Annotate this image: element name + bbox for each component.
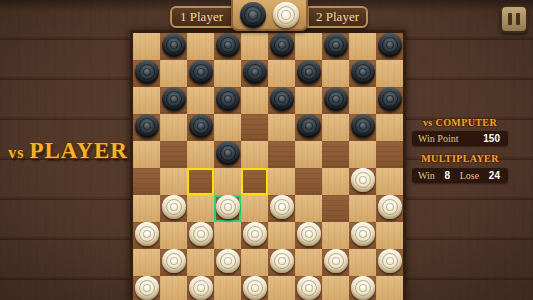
win-value: 8 bbox=[445, 170, 451, 181]
board-cell[interactable] bbox=[187, 168, 214, 195]
board-cell[interactable] bbox=[322, 87, 349, 114]
board-cell[interactable] bbox=[322, 249, 349, 276]
two-player-button[interactable]: 2 Player bbox=[307, 6, 368, 28]
lose-label: Lose bbox=[460, 170, 479, 181]
board-cell[interactable] bbox=[187, 276, 214, 300]
white-checker[interactable] bbox=[297, 222, 321, 246]
board-cell[interactable] bbox=[214, 141, 241, 168]
white-checker[interactable] bbox=[378, 195, 402, 219]
board-cell[interactable] bbox=[268, 141, 295, 168]
black-checker[interactable] bbox=[378, 33, 402, 57]
white-checker[interactable] bbox=[270, 195, 294, 219]
board-cell[interactable] bbox=[241, 33, 268, 60]
black-checker[interactable] bbox=[378, 87, 402, 111]
board-cell[interactable] bbox=[241, 114, 268, 141]
white-checker-icon bbox=[273, 2, 299, 28]
board-cell[interactable] bbox=[160, 168, 187, 195]
board-cell[interactable] bbox=[376, 141, 403, 168]
board-cell[interactable] bbox=[241, 276, 268, 300]
game-screen: 1 Player 2 Player vs PLAYER vs COMPUTER … bbox=[0, 0, 533, 300]
black-checker[interactable] bbox=[162, 33, 186, 57]
white-checker[interactable] bbox=[324, 249, 348, 273]
board-cell[interactable] bbox=[295, 276, 322, 300]
vs-player-prefix: vs bbox=[8, 144, 24, 161]
board-cell[interactable] bbox=[214, 222, 241, 249]
one-player-button[interactable]: 1 Player bbox=[170, 6, 233, 28]
board-cell[interactable] bbox=[295, 168, 322, 195]
black-checker[interactable] bbox=[135, 60, 159, 84]
board-cell[interactable] bbox=[349, 141, 376, 168]
board-cell[interactable] bbox=[349, 222, 376, 249]
multiplayer-title: MULTIPLAYER bbox=[412, 153, 508, 164]
board-cell[interactable] bbox=[349, 276, 376, 300]
win-lose-bar: Win 8 Lose 24 bbox=[412, 168, 508, 183]
board-cell[interactable] bbox=[241, 222, 268, 249]
white-checker[interactable] bbox=[135, 276, 159, 300]
board-cell[interactable] bbox=[268, 276, 295, 300]
board-cell[interactable] bbox=[376, 195, 403, 222]
board-cell[interactable] bbox=[133, 195, 160, 222]
pause-icon bbox=[516, 13, 520, 25]
white-checker[interactable] bbox=[243, 222, 267, 246]
black-checker[interactable] bbox=[270, 33, 294, 57]
black-checker[interactable] bbox=[270, 87, 294, 111]
board-cell[interactable] bbox=[268, 114, 295, 141]
board-cell[interactable] bbox=[133, 33, 160, 60]
board-cell[interactable] bbox=[241, 60, 268, 87]
board-cell[interactable] bbox=[241, 87, 268, 114]
black-checker[interactable] bbox=[135, 114, 159, 138]
board-cell[interactable] bbox=[268, 222, 295, 249]
board-cell[interactable] bbox=[295, 141, 322, 168]
board-cell[interactable] bbox=[268, 33, 295, 60]
board-cell[interactable] bbox=[322, 222, 349, 249]
white-checker[interactable] bbox=[351, 222, 375, 246]
win-point-bar: Win Point 150 bbox=[412, 131, 508, 146]
white-checker[interactable] bbox=[270, 249, 294, 273]
board-cell[interactable] bbox=[349, 87, 376, 114]
board-cell[interactable] bbox=[214, 249, 241, 276]
board-cell[interactable] bbox=[268, 168, 295, 195]
board-cell[interactable] bbox=[214, 168, 241, 195]
pause-icon bbox=[508, 13, 512, 25]
board-cell[interactable] bbox=[349, 168, 376, 195]
black-checker[interactable] bbox=[162, 87, 186, 111]
board-cell[interactable] bbox=[376, 87, 403, 114]
board bbox=[133, 33, 403, 300]
board-cell[interactable] bbox=[160, 276, 187, 300]
black-checker[interactable] bbox=[216, 87, 240, 111]
board-cell[interactable] bbox=[295, 114, 322, 141]
white-checker[interactable] bbox=[243, 276, 267, 300]
board-cell[interactable] bbox=[160, 195, 187, 222]
board-cell[interactable] bbox=[187, 249, 214, 276]
board-cell[interactable] bbox=[349, 33, 376, 60]
board-cell[interactable] bbox=[187, 141, 214, 168]
board-cell[interactable] bbox=[268, 60, 295, 87]
black-checker[interactable] bbox=[297, 114, 321, 138]
board-cell[interactable] bbox=[295, 87, 322, 114]
board-cell[interactable] bbox=[187, 87, 214, 114]
black-checker-icon bbox=[240, 2, 266, 28]
board-cell[interactable] bbox=[322, 60, 349, 87]
white-checker[interactable] bbox=[189, 276, 213, 300]
board-cell[interactable] bbox=[214, 33, 241, 60]
board-cell[interactable] bbox=[214, 60, 241, 87]
black-checker[interactable] bbox=[216, 141, 240, 165]
board-cell[interactable] bbox=[349, 114, 376, 141]
board-cell[interactable] bbox=[376, 276, 403, 300]
board-cell[interactable] bbox=[133, 276, 160, 300]
win-point-value: 150 bbox=[483, 133, 500, 144]
board-cell[interactable] bbox=[349, 60, 376, 87]
board-cell[interactable] bbox=[376, 60, 403, 87]
black-checker[interactable] bbox=[351, 60, 375, 84]
board-cell[interactable] bbox=[214, 276, 241, 300]
board-cell[interactable] bbox=[160, 87, 187, 114]
black-checker[interactable] bbox=[189, 114, 213, 138]
board-cell[interactable] bbox=[322, 168, 349, 195]
board-cell[interactable] bbox=[160, 33, 187, 60]
board-cell[interactable] bbox=[322, 276, 349, 300]
vs-computer-title: vs COMPUTER bbox=[412, 117, 508, 128]
white-checker[interactable] bbox=[135, 222, 159, 246]
black-checker[interactable] bbox=[243, 60, 267, 84]
black-checker[interactable] bbox=[189, 60, 213, 84]
board-cell[interactable] bbox=[376, 249, 403, 276]
board-cell[interactable] bbox=[322, 33, 349, 60]
board-cell[interactable] bbox=[376, 222, 403, 249]
white-checker[interactable] bbox=[162, 195, 186, 219]
board-cell[interactable] bbox=[133, 168, 160, 195]
board-cell[interactable] bbox=[187, 195, 214, 222]
white-checker[interactable] bbox=[351, 276, 375, 300]
board-cell[interactable] bbox=[133, 114, 160, 141]
board-cell[interactable] bbox=[187, 60, 214, 87]
board-cell[interactable] bbox=[268, 195, 295, 222]
board-cell[interactable] bbox=[241, 168, 268, 195]
board-cell[interactable] bbox=[133, 249, 160, 276]
board-cell[interactable] bbox=[187, 33, 214, 60]
board-cell[interactable] bbox=[187, 114, 214, 141]
black-checker[interactable] bbox=[324, 87, 348, 111]
board-frame bbox=[130, 30, 406, 300]
board-cell[interactable] bbox=[160, 222, 187, 249]
board-cell[interactable] bbox=[349, 249, 376, 276]
board-cell[interactable] bbox=[349, 195, 376, 222]
board-cell[interactable] bbox=[376, 33, 403, 60]
board-cell[interactable] bbox=[268, 249, 295, 276]
lose-value: 24 bbox=[489, 170, 500, 181]
board-cell[interactable] bbox=[322, 114, 349, 141]
black-checker[interactable] bbox=[216, 33, 240, 57]
vs-player-banner: vs PLAYER bbox=[6, 138, 130, 164]
board-cell[interactable] bbox=[241, 141, 268, 168]
win-label: Win bbox=[418, 170, 435, 181]
board-cell[interactable] bbox=[133, 141, 160, 168]
board-cell[interactable] bbox=[376, 168, 403, 195]
black-checker[interactable] bbox=[351, 114, 375, 138]
board-cell[interactable] bbox=[214, 87, 241, 114]
player-color-panel bbox=[231, 0, 308, 31]
board-cell[interactable] bbox=[187, 222, 214, 249]
board-cell[interactable] bbox=[214, 114, 241, 141]
board-cell[interactable] bbox=[241, 195, 268, 222]
board-cell[interactable] bbox=[160, 249, 187, 276]
board-cell[interactable] bbox=[214, 195, 241, 222]
board-cell[interactable] bbox=[133, 60, 160, 87]
white-checker[interactable] bbox=[351, 168, 375, 192]
white-checker[interactable] bbox=[297, 276, 321, 300]
vs-player-title: PLAYER bbox=[29, 138, 127, 163]
board-cell[interactable] bbox=[295, 33, 322, 60]
pause-button[interactable] bbox=[500, 5, 528, 33]
board-cell[interactable] bbox=[295, 60, 322, 87]
black-checker[interactable] bbox=[297, 60, 321, 84]
board-cell[interactable] bbox=[160, 114, 187, 141]
board-cell[interactable] bbox=[133, 222, 160, 249]
white-checker[interactable] bbox=[216, 249, 240, 273]
board-cell[interactable] bbox=[376, 114, 403, 141]
white-checker[interactable] bbox=[189, 222, 213, 246]
board-cell[interactable] bbox=[322, 195, 349, 222]
white-checker[interactable] bbox=[162, 249, 186, 273]
board-cell[interactable] bbox=[160, 141, 187, 168]
white-checker[interactable] bbox=[216, 195, 240, 219]
board-cell[interactable] bbox=[295, 249, 322, 276]
board-cell[interactable] bbox=[241, 249, 268, 276]
board-cell[interactable] bbox=[268, 87, 295, 114]
white-checker[interactable] bbox=[378, 249, 402, 273]
win-point-label: Win Point bbox=[418, 133, 458, 144]
board-cell[interactable] bbox=[160, 60, 187, 87]
board-cell[interactable] bbox=[322, 141, 349, 168]
board-cell[interactable] bbox=[133, 87, 160, 114]
board-cell[interactable] bbox=[295, 195, 322, 222]
board-cell[interactable] bbox=[295, 222, 322, 249]
black-checker[interactable] bbox=[324, 33, 348, 57]
